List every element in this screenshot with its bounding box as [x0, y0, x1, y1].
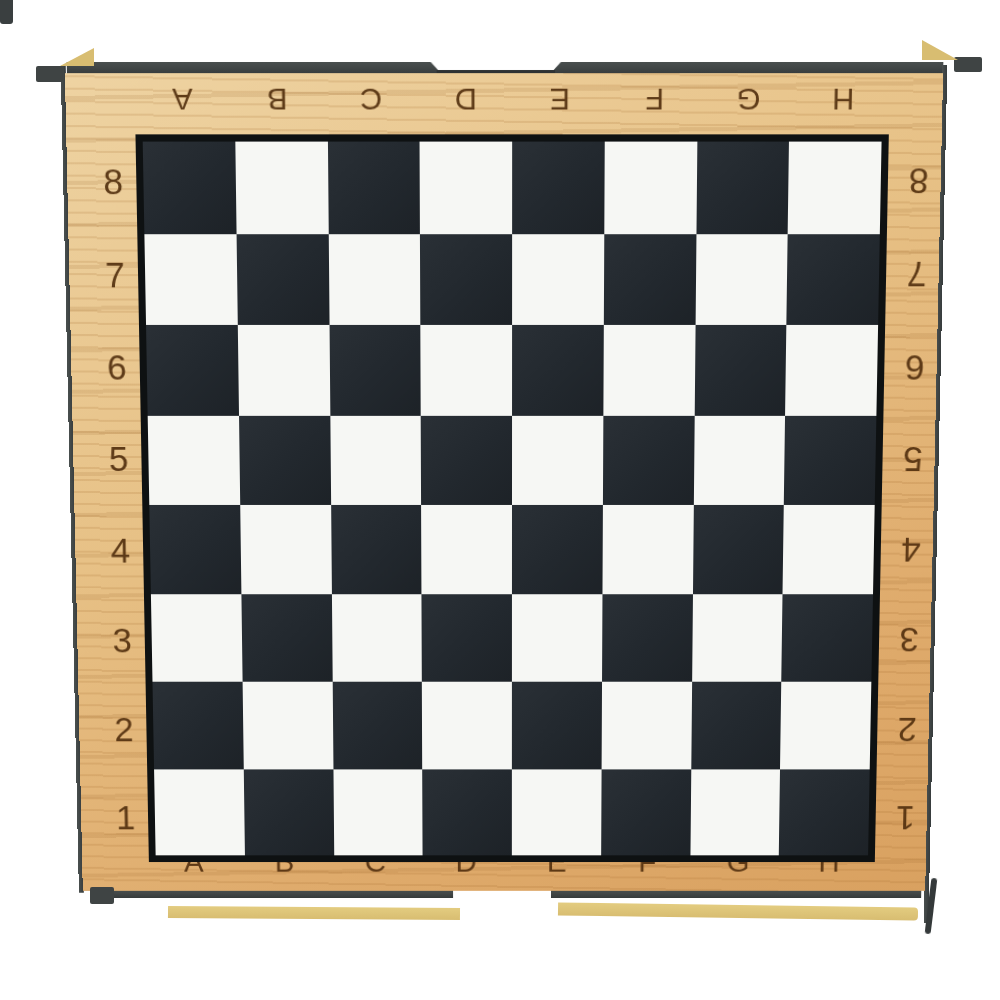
photo-background: ABCDEFGH ABCDEFGH 87654321 87654321 — [0, 0, 1000, 1000]
square-f2[interactable] — [601, 682, 691, 769]
square-b6[interactable] — [238, 325, 330, 415]
square-c3[interactable] — [331, 594, 422, 682]
rank-label-left-3: 3 — [76, 595, 145, 685]
square-h8[interactable] — [788, 142, 882, 234]
square-g1[interactable] — [690, 769, 780, 855]
square-f7[interactable] — [604, 234, 696, 325]
square-h1[interactable] — [779, 769, 870, 855]
rank-label-left-5: 5 — [72, 414, 142, 505]
square-b2[interactable] — [242, 682, 333, 769]
square-a1[interactable] — [154, 769, 245, 855]
square-f5[interactable] — [603, 415, 695, 505]
square-d8[interactable] — [420, 142, 512, 234]
board-inner-border — [135, 134, 888, 862]
square-a8[interactable] — [143, 142, 237, 234]
chess-board: ABCDEFGH ABCDEFGH 87654321 87654321 — [61, 62, 948, 899]
square-h5[interactable] — [784, 415, 876, 505]
square-e2[interactable] — [512, 682, 602, 769]
file-label-top-c: C — [323, 72, 418, 126]
square-e7[interactable] — [512, 234, 604, 325]
square-a4[interactable] — [149, 505, 241, 594]
rank-label-left-7: 7 — [68, 228, 139, 321]
square-g7[interactable] — [695, 234, 788, 325]
square-d3[interactable] — [422, 594, 512, 682]
square-e1[interactable] — [512, 769, 601, 855]
square-d6[interactable] — [421, 325, 513, 415]
square-c4[interactable] — [331, 505, 422, 594]
file-label-top-a: A — [134, 72, 229, 126]
square-g8[interactable] — [696, 142, 789, 234]
file-label-top-b: B — [229, 72, 324, 126]
square-d1[interactable] — [422, 769, 511, 855]
square-e8[interactable] — [512, 142, 604, 234]
rank-label-left-8: 8 — [66, 134, 137, 228]
file-label-top-e: E — [512, 72, 606, 126]
square-c8[interactable] — [327, 142, 420, 234]
square-a3[interactable] — [151, 594, 242, 682]
square-c7[interactable] — [328, 234, 420, 325]
rank-label-left-1: 1 — [80, 774, 149, 862]
square-f1[interactable] — [601, 769, 691, 855]
file-label-top-f: F — [606, 72, 701, 126]
playing-field — [143, 142, 882, 856]
square-g6[interactable] — [694, 325, 786, 415]
square-g5[interactable] — [693, 415, 785, 505]
rank-label-left-2: 2 — [78, 685, 147, 774]
square-b1[interactable] — [244, 769, 334, 855]
square-h4[interactable] — [783, 505, 875, 594]
square-b3[interactable] — [241, 594, 332, 682]
square-d7[interactable] — [420, 234, 512, 325]
hinge-tab-top-right — [954, 57, 982, 72]
file-labels-top: ABCDEFGH — [134, 72, 890, 126]
box-side-edge-right — [558, 902, 918, 920]
square-g3[interactable] — [692, 594, 783, 682]
square-f8[interactable] — [604, 142, 697, 234]
square-b8[interactable] — [235, 142, 328, 234]
square-b5[interactable] — [239, 415, 331, 505]
square-d5[interactable] — [421, 415, 512, 505]
rank-label-left-6: 6 — [70, 321, 140, 413]
square-a6[interactable] — [146, 325, 239, 415]
square-c6[interactable] — [329, 325, 421, 415]
square-d4[interactable] — [421, 505, 512, 594]
hinge-tab-bottom-left — [90, 887, 114, 904]
square-b4[interactable] — [240, 505, 331, 594]
square-c2[interactable] — [332, 682, 422, 769]
square-f3[interactable] — [602, 594, 693, 682]
corner-wood-wedge-top-right — [922, 40, 958, 60]
square-h7[interactable] — [787, 234, 880, 325]
file-label-top-h: H — [795, 72, 890, 126]
corner-stub-bottom-left — [0, 0, 13, 24]
square-h3[interactable] — [781, 594, 873, 682]
square-a7[interactable] — [144, 234, 237, 325]
square-c5[interactable] — [330, 415, 421, 505]
square-a5[interactable] — [148, 415, 240, 505]
square-b7[interactable] — [236, 234, 329, 325]
square-a2[interactable] — [152, 682, 243, 769]
box-side-edge-left — [168, 906, 460, 920]
square-f6[interactable] — [603, 325, 695, 415]
square-f4[interactable] — [602, 505, 693, 594]
square-e4[interactable] — [512, 505, 603, 594]
square-c1[interactable] — [333, 769, 423, 855]
square-e3[interactable] — [512, 594, 602, 682]
hinge-tab-top-left — [36, 66, 63, 82]
rank-label-left-4: 4 — [74, 505, 144, 596]
file-label-top-d: D — [418, 72, 512, 126]
board-edge-bottom-right — [551, 890, 921, 899]
square-h2[interactable] — [780, 682, 871, 769]
square-g2[interactable] — [691, 682, 782, 769]
square-e6[interactable] — [512, 325, 604, 415]
square-g4[interactable] — [692, 505, 784, 594]
square-e5[interactable] — [512, 415, 603, 505]
square-h6[interactable] — [785, 325, 878, 415]
square-d2[interactable] — [422, 682, 512, 769]
file-label-top-g: G — [701, 72, 796, 126]
board-edge-bottom-left — [112, 890, 453, 899]
